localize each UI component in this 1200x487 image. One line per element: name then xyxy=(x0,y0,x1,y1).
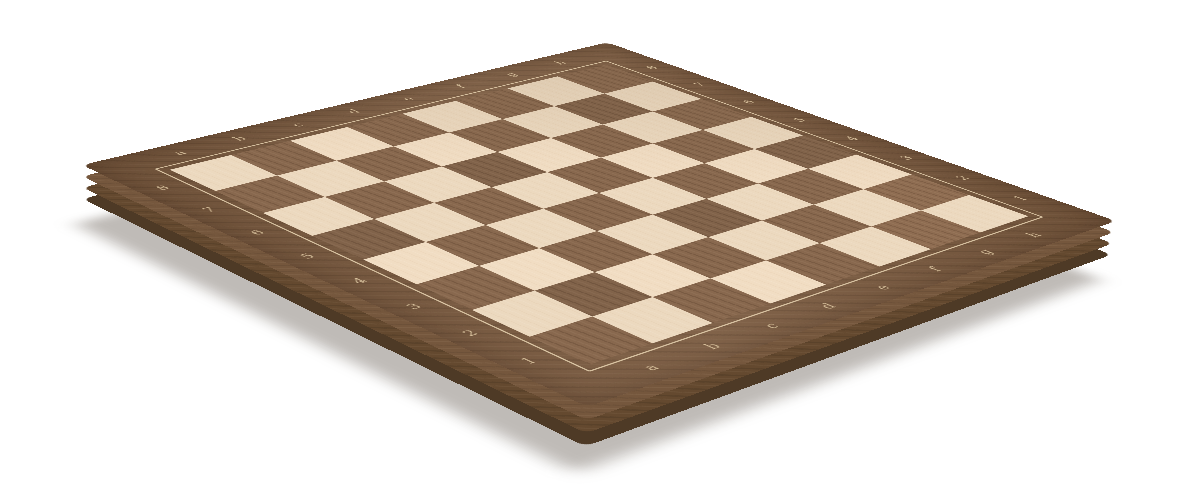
coord-left-6: 6 xyxy=(247,229,267,237)
coord-top-b: b xyxy=(230,135,248,141)
board-photo-stage: aabbccddeeffgghh8877665544332211 xyxy=(0,0,1200,487)
coord-left-5: 5 xyxy=(297,252,318,260)
coord-bottom-d: d xyxy=(817,302,839,310)
coord-left-2: 2 xyxy=(459,328,481,337)
coord-left-4: 4 xyxy=(349,276,370,284)
coord-left-7: 7 xyxy=(199,206,219,213)
coord-bottom-h: h xyxy=(1023,231,1044,238)
coord-top-d: d xyxy=(345,108,363,114)
coord-top-c: c xyxy=(289,122,306,128)
coord-bottom-b: b xyxy=(701,341,724,350)
board-top-surface: aabbccddeeffgghh8877665544332211 xyxy=(82,42,1116,407)
coord-bottom-e: e xyxy=(872,283,893,291)
coord-right-7: 7 xyxy=(690,82,708,88)
coord-left-8: 8 xyxy=(153,184,172,191)
coord-left-3: 3 xyxy=(403,302,425,311)
coord-top-h: h xyxy=(552,60,569,65)
coord-right-3: 3 xyxy=(897,154,916,160)
coord-right-2: 2 xyxy=(953,174,972,181)
coord-left-1: 1 xyxy=(517,356,540,365)
coord-right-6: 6 xyxy=(739,99,757,105)
coord-top-a: a xyxy=(170,149,188,155)
coord-right-4: 4 xyxy=(842,135,861,141)
coord-top-e: e xyxy=(399,96,416,102)
coord-right-5: 5 xyxy=(790,117,808,123)
coord-bottom-f: f xyxy=(926,266,944,273)
coord-right-1: 1 xyxy=(1011,195,1031,202)
coord-bottom-a: a xyxy=(640,363,662,372)
coord-right-8: 8 xyxy=(643,65,660,70)
coord-bottom-g: g xyxy=(975,248,996,256)
coord-top-g: g xyxy=(502,71,519,76)
coord-bottom-c: c xyxy=(761,321,782,329)
coord-top-f: f xyxy=(453,84,467,89)
